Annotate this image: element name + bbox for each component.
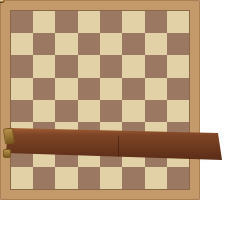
board-squares — [10, 10, 191, 191]
square-d3 — [55, 78, 77, 100]
square-a5 — [100, 11, 122, 33]
square-h7 — [145, 167, 167, 189]
square-a1 — [11, 11, 33, 33]
square-h5 — [100, 167, 122, 189]
square-h6 — [122, 167, 144, 189]
square-e1 — [11, 100, 33, 122]
square-a2 — [33, 11, 55, 33]
square-d7 — [145, 78, 167, 100]
square-c4 — [78, 55, 100, 77]
square-e8 — [167, 100, 189, 122]
square-c6 — [122, 55, 144, 77]
square-c5 — [100, 55, 122, 77]
square-d6 — [122, 78, 144, 100]
square-h2 — [33, 167, 55, 189]
brass-clasp — [3, 127, 15, 144]
square-e4 — [78, 100, 100, 122]
square-a6 — [122, 11, 144, 33]
square-b2 — [33, 33, 55, 55]
case-fold-seam — [118, 136, 119, 160]
square-e2 — [33, 100, 55, 122]
square-b5 — [100, 33, 122, 55]
square-d2 — [33, 78, 55, 100]
square-c1 — [11, 55, 33, 77]
square-b6 — [122, 33, 144, 55]
square-c2 — [33, 55, 55, 77]
square-b8 — [167, 33, 189, 55]
square-b3 — [55, 33, 77, 55]
square-b4 — [78, 33, 100, 55]
square-a3 — [55, 11, 77, 33]
square-d4 — [78, 78, 100, 100]
square-e6 — [122, 100, 144, 122]
square-d8 — [167, 78, 189, 100]
product-photo: ♜♞♝♛♚♝♞♜♟♟♟♟♟♟♟♟♟♟♟♟♟♟♟♟♜♞♝♛♚♝♞♜ — [0, 0, 228, 228]
square-b1 — [11, 33, 33, 55]
brass-hinge — [3, 149, 11, 158]
square-e3 — [55, 100, 77, 122]
square-h1 — [11, 167, 33, 189]
square-a4 — [78, 11, 100, 33]
square-c3 — [55, 55, 77, 77]
square-c7 — [145, 55, 167, 77]
square-d1 — [11, 78, 33, 100]
square-c8 — [167, 55, 189, 77]
square-h8 — [167, 167, 189, 189]
square-h3 — [55, 167, 77, 189]
square-a8 — [167, 11, 189, 33]
square-e5 — [100, 100, 122, 122]
square-e7 — [145, 100, 167, 122]
square-d5 — [100, 78, 122, 100]
square-b7 — [145, 33, 167, 55]
square-a7 — [145, 11, 167, 33]
chess-board — [0, 0, 200, 200]
square-h4 — [78, 167, 100, 189]
